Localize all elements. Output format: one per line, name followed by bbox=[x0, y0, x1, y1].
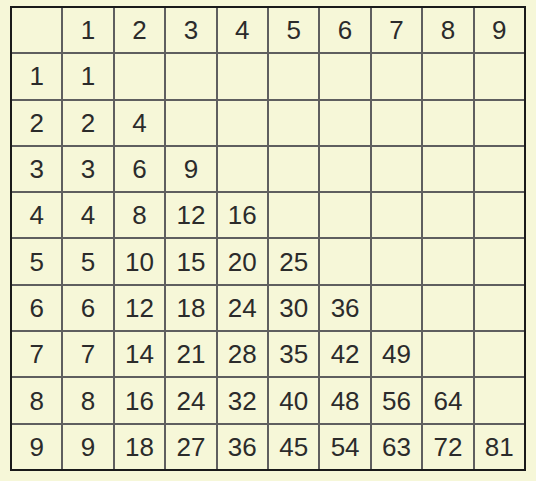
row-header-4: 4 bbox=[12, 193, 61, 237]
cell-r6-c3: 18 bbox=[166, 286, 215, 330]
cell-r3-c4 bbox=[218, 147, 267, 191]
cell-r4-c1: 4 bbox=[63, 193, 112, 237]
cell-r5-c2: 10 bbox=[115, 239, 164, 283]
cell-r8-c8: 64 bbox=[423, 378, 472, 422]
cell-r1-c3 bbox=[166, 54, 215, 98]
cell-r9-c8: 72 bbox=[423, 425, 472, 469]
row-header-1: 1 bbox=[12, 54, 61, 98]
cell-r4-c7 bbox=[372, 193, 421, 237]
cell-r2-c7 bbox=[372, 101, 421, 145]
cell-r2-c6 bbox=[320, 101, 369, 145]
cell-r2-c5 bbox=[269, 101, 318, 145]
cell-r6-c4: 24 bbox=[218, 286, 267, 330]
cell-r2-c9 bbox=[475, 101, 524, 145]
cell-r3-c1: 3 bbox=[63, 147, 112, 191]
row-header-5: 5 bbox=[12, 239, 61, 283]
cell-r4-c4: 16 bbox=[218, 193, 267, 237]
cell-r3-c6 bbox=[320, 147, 369, 191]
cell-r2-c3 bbox=[166, 101, 215, 145]
cell-r3-c3: 9 bbox=[166, 147, 215, 191]
cell-r6-c7 bbox=[372, 286, 421, 330]
cell-r8-c3: 24 bbox=[166, 378, 215, 422]
cell-r7-c7: 49 bbox=[372, 332, 421, 376]
col-header-1: 1 bbox=[63, 8, 112, 52]
cell-r1-c4 bbox=[218, 54, 267, 98]
cell-r5-c8 bbox=[423, 239, 472, 283]
cell-r2-c8 bbox=[423, 101, 472, 145]
cell-r8-c4: 32 bbox=[218, 378, 267, 422]
cell-r2-c2: 4 bbox=[115, 101, 164, 145]
cell-r9-c3: 27 bbox=[166, 425, 215, 469]
cell-r9-c4: 36 bbox=[218, 425, 267, 469]
col-header-9: 9 bbox=[475, 8, 524, 52]
cell-r9-c5: 45 bbox=[269, 425, 318, 469]
cell-r5-c9 bbox=[475, 239, 524, 283]
cell-r5-c6 bbox=[320, 239, 369, 283]
cell-r5-c4: 20 bbox=[218, 239, 267, 283]
cell-r7-c8 bbox=[423, 332, 472, 376]
cell-r8-c9 bbox=[475, 378, 524, 422]
cell-r1-c5 bbox=[269, 54, 318, 98]
cell-r3-c8 bbox=[423, 147, 472, 191]
cell-r9-c7: 63 bbox=[372, 425, 421, 469]
cell-r3-c9 bbox=[475, 147, 524, 191]
col-header-6: 6 bbox=[320, 8, 369, 52]
col-header-3: 3 bbox=[166, 8, 215, 52]
cell-r6-c8 bbox=[423, 286, 472, 330]
col-header-8: 8 bbox=[423, 8, 472, 52]
cell-r7-c4: 28 bbox=[218, 332, 267, 376]
cell-r6-c6: 36 bbox=[320, 286, 369, 330]
cell-r1-c8 bbox=[423, 54, 472, 98]
multiplication-table-grid: 1234567891122433694481216551015202566121… bbox=[10, 6, 526, 471]
page-background: { "game": "multiplication-table", "descr… bbox=[0, 0, 536, 481]
cell-r6-c5: 30 bbox=[269, 286, 318, 330]
row-header-9: 9 bbox=[12, 425, 61, 469]
cell-r5-c7 bbox=[372, 239, 421, 283]
cell-r1-c6 bbox=[320, 54, 369, 98]
cell-r3-c5 bbox=[269, 147, 318, 191]
cell-r8-c1: 8 bbox=[63, 378, 112, 422]
cell-r1-c7 bbox=[372, 54, 421, 98]
row-header-8: 8 bbox=[12, 378, 61, 422]
row-header-2: 2 bbox=[12, 101, 61, 145]
cell-r8-c7: 56 bbox=[372, 378, 421, 422]
cell-r4-c6 bbox=[320, 193, 369, 237]
cell-r7-c2: 14 bbox=[115, 332, 164, 376]
col-header-5: 5 bbox=[269, 8, 318, 52]
cell-r5-c3: 15 bbox=[166, 239, 215, 283]
cell-r9-c6: 54 bbox=[320, 425, 369, 469]
cell-r1-c9 bbox=[475, 54, 524, 98]
cell-r4-c9 bbox=[475, 193, 524, 237]
cell-r6-c9 bbox=[475, 286, 524, 330]
row-header-7: 7 bbox=[12, 332, 61, 376]
cell-r3-c7 bbox=[372, 147, 421, 191]
cell-r7-c5: 35 bbox=[269, 332, 318, 376]
cell-r7-c9 bbox=[475, 332, 524, 376]
cell-r5-c5: 25 bbox=[269, 239, 318, 283]
col-header-4: 4 bbox=[218, 8, 267, 52]
cell-r9-c2: 18 bbox=[115, 425, 164, 469]
cell-r7-c1: 7 bbox=[63, 332, 112, 376]
cell-r8-c2: 16 bbox=[115, 378, 164, 422]
cell-r9-c1: 9 bbox=[63, 425, 112, 469]
cell-r7-c6: 42 bbox=[320, 332, 369, 376]
cell-r4-c3: 12 bbox=[166, 193, 215, 237]
cell-r2-c1: 2 bbox=[63, 101, 112, 145]
col-header-2: 2 bbox=[115, 8, 164, 52]
cell-r4-c5 bbox=[269, 193, 318, 237]
cell-r8-c6: 48 bbox=[320, 378, 369, 422]
cell-r1-c2 bbox=[115, 54, 164, 98]
cell-r4-c8 bbox=[423, 193, 472, 237]
cell-r7-c3: 21 bbox=[166, 332, 215, 376]
cell-r5-c1: 5 bbox=[63, 239, 112, 283]
row-header-3: 3 bbox=[12, 147, 61, 191]
cell-r3-c2: 6 bbox=[115, 147, 164, 191]
cell-r6-c2: 12 bbox=[115, 286, 164, 330]
cell-r4-c2: 8 bbox=[115, 193, 164, 237]
col-header-7: 7 bbox=[372, 8, 421, 52]
corner-cell bbox=[12, 8, 61, 52]
cell-r6-c1: 6 bbox=[63, 286, 112, 330]
cell-r1-c1: 1 bbox=[63, 54, 112, 98]
cell-r9-c9: 81 bbox=[475, 425, 524, 469]
row-header-6: 6 bbox=[12, 286, 61, 330]
cell-r8-c5: 40 bbox=[269, 378, 318, 422]
cell-r2-c4 bbox=[218, 101, 267, 145]
